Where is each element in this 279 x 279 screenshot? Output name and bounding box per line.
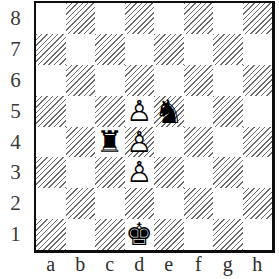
rank-label-4: 4 bbox=[0, 127, 31, 158]
square-e2[interactable] bbox=[154, 188, 184, 219]
square-h3[interactable] bbox=[243, 157, 273, 188]
square-d3[interactable]: ♟♙ bbox=[125, 157, 155, 188]
rank-label-2: 2 bbox=[0, 188, 31, 219]
file-label-c: c bbox=[95, 251, 125, 277]
rank-label-1: 1 bbox=[0, 219, 31, 250]
file-labels: abcdefgh bbox=[36, 251, 272, 277]
square-a5[interactable] bbox=[36, 96, 66, 127]
square-b5[interactable] bbox=[66, 96, 96, 127]
square-f6[interactable] bbox=[184, 65, 214, 96]
square-h4[interactable] bbox=[243, 127, 273, 158]
square-a3[interactable] bbox=[36, 157, 66, 188]
square-h7[interactable] bbox=[243, 34, 273, 65]
square-d7[interactable] bbox=[125, 34, 155, 65]
square-h8[interactable] bbox=[243, 3, 273, 34]
square-h2[interactable] bbox=[243, 188, 273, 219]
square-g4[interactable] bbox=[213, 127, 243, 158]
square-e5[interactable]: ♞ bbox=[154, 96, 184, 127]
file-label-e: e bbox=[154, 251, 184, 277]
square-a8[interactable] bbox=[36, 3, 66, 34]
chess-diagram: 87654321 ♟♙♞♜♟♙♟♙♚ abcdefgh bbox=[0, 0, 279, 279]
piece-black-knight-e5: ♞ bbox=[154, 96, 184, 127]
square-e1[interactable] bbox=[154, 219, 184, 250]
square-d6[interactable] bbox=[125, 65, 155, 96]
square-c2[interactable] bbox=[95, 188, 125, 219]
square-b2[interactable] bbox=[66, 188, 96, 219]
square-c6[interactable] bbox=[95, 65, 125, 96]
piece-black-king-d1: ♚ bbox=[125, 219, 153, 250]
square-b7[interactable] bbox=[66, 34, 96, 65]
square-e7[interactable] bbox=[154, 34, 184, 65]
square-f5[interactable] bbox=[184, 96, 214, 127]
square-b4[interactable] bbox=[66, 127, 96, 158]
square-b8[interactable] bbox=[66, 3, 96, 34]
square-b6[interactable] bbox=[66, 65, 96, 96]
file-label-a: a bbox=[36, 251, 66, 277]
square-c3[interactable] bbox=[95, 157, 125, 188]
square-a4[interactable] bbox=[36, 127, 66, 158]
square-c1[interactable] bbox=[95, 219, 125, 250]
square-g1[interactable] bbox=[213, 219, 243, 250]
square-g2[interactable] bbox=[213, 188, 243, 219]
piece-white-pawn-d5: ♟♙ bbox=[126, 97, 152, 126]
square-f4[interactable] bbox=[184, 127, 214, 158]
square-g6[interactable] bbox=[213, 65, 243, 96]
square-c4[interactable]: ♜ bbox=[95, 127, 125, 158]
square-e8[interactable] bbox=[154, 3, 184, 34]
rank-label-5: 5 bbox=[0, 96, 31, 127]
file-label-d: d bbox=[125, 251, 155, 277]
square-f8[interactable] bbox=[184, 3, 214, 34]
square-f1[interactable] bbox=[184, 219, 214, 250]
square-h1[interactable] bbox=[243, 219, 273, 250]
square-e3[interactable] bbox=[154, 157, 184, 188]
square-c7[interactable] bbox=[95, 34, 125, 65]
piece-black-rook-c4: ♜ bbox=[96, 127, 123, 157]
rank-label-8: 8 bbox=[0, 3, 31, 34]
square-f7[interactable] bbox=[184, 34, 214, 65]
square-e6[interactable] bbox=[154, 65, 184, 96]
square-f2[interactable] bbox=[184, 188, 214, 219]
piece-white-pawn-d3: ♟♙ bbox=[126, 158, 152, 187]
square-h6[interactable] bbox=[243, 65, 273, 96]
square-a6[interactable] bbox=[36, 65, 66, 96]
file-label-b: b bbox=[66, 251, 96, 277]
board-frame: ♟♙♞♜♟♙♟♙♚ bbox=[34, 1, 275, 253]
square-g8[interactable] bbox=[213, 3, 243, 34]
file-label-f: f bbox=[184, 251, 214, 277]
square-b1[interactable] bbox=[66, 219, 96, 250]
square-a2[interactable] bbox=[36, 188, 66, 219]
rank-labels: 87654321 bbox=[0, 3, 31, 250]
square-h5[interactable] bbox=[243, 96, 273, 127]
square-d1[interactable]: ♚ bbox=[125, 219, 155, 250]
file-label-h: h bbox=[243, 251, 273, 277]
square-b3[interactable] bbox=[66, 157, 96, 188]
square-e4[interactable] bbox=[154, 127, 184, 158]
square-c5[interactable] bbox=[95, 96, 125, 127]
rank-label-7: 7 bbox=[0, 34, 31, 65]
square-g7[interactable] bbox=[213, 34, 243, 65]
square-d4[interactable]: ♟♙ bbox=[125, 127, 155, 158]
file-label-g: g bbox=[213, 251, 243, 277]
square-d8[interactable] bbox=[125, 3, 155, 34]
square-g5[interactable] bbox=[213, 96, 243, 127]
square-d5[interactable]: ♟♙ bbox=[125, 96, 155, 127]
square-c8[interactable] bbox=[95, 3, 125, 34]
chess-board: ♟♙♞♜♟♙♟♙♚ bbox=[36, 3, 272, 250]
square-f3[interactable] bbox=[184, 157, 214, 188]
rank-label-3: 3 bbox=[0, 157, 31, 188]
square-g3[interactable] bbox=[213, 157, 243, 188]
square-a1[interactable] bbox=[36, 219, 66, 250]
rank-label-6: 6 bbox=[0, 65, 31, 96]
square-d2[interactable] bbox=[125, 188, 155, 219]
square-a7[interactable] bbox=[36, 34, 66, 65]
piece-white-pawn-d4: ♟♙ bbox=[126, 128, 152, 157]
